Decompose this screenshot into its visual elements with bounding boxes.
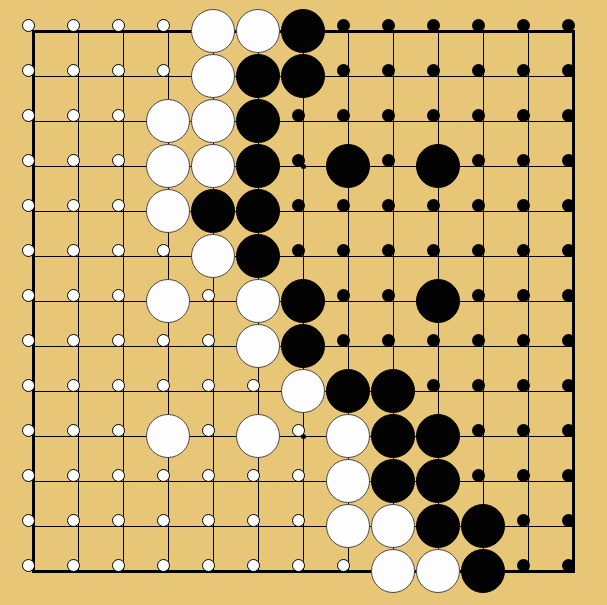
- intersection-A9[interactable]: [11, 189, 56, 234]
- white-stone: [236, 414, 280, 458]
- white-stone: [191, 9, 235, 53]
- black-territory-marker: [562, 154, 575, 167]
- intersection-B13[interactable]: [56, 9, 101, 54]
- black-territory-marker: [337, 199, 350, 212]
- intersection-D4[interactable]: [146, 414, 191, 459]
- white-territory-marker: [22, 109, 35, 122]
- intersection-E13[interactable]: [191, 9, 236, 54]
- intersection-H1[interactable]: [326, 549, 371, 594]
- intersection-grid: [11, 9, 596, 594]
- intersection-E4[interactable]: [191, 414, 236, 459]
- intersection-J4[interactable]: [371, 414, 416, 459]
- white-territory-marker: [22, 244, 35, 257]
- black-territory-marker: [382, 334, 395, 347]
- intersection-J7[interactable]: [371, 279, 416, 324]
- intersection-E8[interactable]: [191, 234, 236, 279]
- white-territory-marker: [247, 469, 260, 482]
- black-territory-marker: [382, 154, 395, 167]
- white-stone: [146, 414, 190, 458]
- white-stone: [191, 234, 235, 278]
- intersection-G12[interactable]: [281, 54, 326, 99]
- intersection-M1[interactable]: [506, 549, 551, 594]
- intersection-C2[interactable]: [101, 504, 146, 549]
- intersection-K2[interactable]: [416, 504, 461, 549]
- intersection-C4[interactable]: [101, 414, 146, 459]
- black-territory-marker: [427, 109, 440, 122]
- intersection-N5[interactable]: [551, 369, 596, 414]
- intersection-K7[interactable]: [416, 279, 461, 324]
- intersection-K11[interactable]: [416, 99, 461, 144]
- intersection-F4[interactable]: [236, 414, 281, 459]
- black-territory-marker: [472, 109, 485, 122]
- intersection-D10[interactable]: [146, 144, 191, 189]
- intersection-H13[interactable]: [326, 9, 371, 54]
- white-territory-marker: [112, 469, 125, 482]
- black-territory-marker: [292, 154, 305, 167]
- white-territory-marker: [22, 514, 35, 527]
- white-territory-marker: [157, 19, 170, 32]
- intersection-N8[interactable]: [551, 234, 596, 279]
- intersection-E9[interactable]: [191, 189, 236, 234]
- intersection-A12[interactable]: [11, 54, 56, 99]
- intersection-N4[interactable]: [551, 414, 596, 459]
- white-territory-marker: [22, 64, 35, 77]
- intersection-M10[interactable]: [506, 144, 551, 189]
- intersection-F8[interactable]: [236, 234, 281, 279]
- intersection-N10[interactable]: [551, 144, 596, 189]
- black-territory-marker: [517, 334, 530, 347]
- black-territory-marker: [562, 559, 575, 572]
- intersection-A7[interactable]: [11, 279, 56, 324]
- intersection-A11[interactable]: [11, 99, 56, 144]
- intersection-J12[interactable]: [371, 54, 416, 99]
- intersection-A8[interactable]: [11, 234, 56, 279]
- black-stone: [281, 9, 325, 53]
- intersection-B11[interactable]: [56, 99, 101, 144]
- black-stone: [236, 234, 280, 278]
- intersection-D6[interactable]: [146, 324, 191, 369]
- white-stone: [236, 9, 280, 53]
- white-territory-marker: [247, 559, 260, 572]
- intersection-C3[interactable]: [101, 459, 146, 504]
- white-stone: [191, 54, 235, 98]
- intersection-B6[interactable]: [56, 324, 101, 369]
- intersection-G9[interactable]: [281, 189, 326, 234]
- intersection-B10[interactable]: [56, 144, 101, 189]
- black-territory-marker: [427, 199, 440, 212]
- white-territory-marker: [22, 19, 35, 32]
- intersection-G11[interactable]: [281, 99, 326, 144]
- intersection-D3[interactable]: [146, 459, 191, 504]
- black-territory-marker: [472, 334, 485, 347]
- white-territory-marker: [202, 379, 215, 392]
- intersection-G7[interactable]: [281, 279, 326, 324]
- white-stone: [146, 99, 190, 143]
- intersection-N1[interactable]: [551, 549, 596, 594]
- black-stone: [281, 324, 325, 368]
- black-territory-marker: [562, 19, 575, 32]
- intersection-L10[interactable]: [461, 144, 506, 189]
- white-territory-marker: [292, 424, 305, 437]
- black-territory-marker: [382, 109, 395, 122]
- intersection-F1[interactable]: [236, 549, 281, 594]
- white-territory-marker: [112, 334, 125, 347]
- intersection-N7[interactable]: [551, 279, 596, 324]
- intersection-M13[interactable]: [506, 9, 551, 54]
- black-territory-marker: [517, 424, 530, 437]
- intersection-F7[interactable]: [236, 279, 281, 324]
- black-territory-marker: [427, 334, 440, 347]
- intersection-C5[interactable]: [101, 369, 146, 414]
- intersection-J5[interactable]: [371, 369, 416, 414]
- white-territory-marker: [22, 424, 35, 437]
- white-stone: [146, 144, 190, 188]
- intersection-G3[interactable]: [281, 459, 326, 504]
- intersection-K5[interactable]: [416, 369, 461, 414]
- intersection-A1[interactable]: [11, 549, 56, 594]
- intersection-A5[interactable]: [11, 369, 56, 414]
- white-territory-marker: [67, 424, 80, 437]
- white-territory-marker: [202, 469, 215, 482]
- black-stone: [416, 414, 460, 458]
- intersection-D1[interactable]: [146, 549, 191, 594]
- intersection-E1[interactable]: [191, 549, 236, 594]
- black-territory-marker: [427, 244, 440, 257]
- white-territory-marker: [247, 514, 260, 527]
- white-stone: [371, 504, 415, 548]
- white-territory-marker: [67, 334, 80, 347]
- intersection-C12[interactable]: [101, 54, 146, 99]
- intersection-E7[interactable]: [191, 279, 236, 324]
- intersection-B7[interactable]: [56, 279, 101, 324]
- white-stone: [191, 99, 235, 143]
- white-stone: [371, 549, 415, 593]
- intersection-M7[interactable]: [506, 279, 551, 324]
- intersection-B4[interactable]: [56, 414, 101, 459]
- intersection-E5[interactable]: [191, 369, 236, 414]
- black-stone: [371, 414, 415, 458]
- black-stone: [461, 549, 505, 593]
- intersection-J6[interactable]: [371, 324, 416, 369]
- black-territory-marker: [562, 244, 575, 257]
- intersection-M6[interactable]: [506, 324, 551, 369]
- intersection-J3[interactable]: [371, 459, 416, 504]
- intersection-N6[interactable]: [551, 324, 596, 369]
- white-territory-marker: [112, 154, 125, 167]
- intersection-N12[interactable]: [551, 54, 596, 99]
- white-territory-marker: [22, 469, 35, 482]
- white-territory-marker: [67, 109, 80, 122]
- white-territory-marker: [112, 19, 125, 32]
- intersection-L13[interactable]: [461, 9, 506, 54]
- white-territory-marker: [112, 244, 125, 257]
- black-territory-marker: [517, 379, 530, 392]
- intersection-F10[interactable]: [236, 144, 281, 189]
- white-territory-marker: [112, 199, 125, 212]
- white-territory-marker: [112, 64, 125, 77]
- intersection-A6[interactable]: [11, 324, 56, 369]
- intersection-F12[interactable]: [236, 54, 281, 99]
- black-stone: [326, 369, 370, 413]
- intersection-D9[interactable]: [146, 189, 191, 234]
- black-territory-marker: [562, 64, 575, 77]
- intersection-B8[interactable]: [56, 234, 101, 279]
- intersection-H9[interactable]: [326, 189, 371, 234]
- intersection-N13[interactable]: [551, 9, 596, 54]
- white-territory-marker: [67, 514, 80, 527]
- white-territory-marker: [202, 289, 215, 302]
- intersection-A10[interactable]: [11, 144, 56, 189]
- white-territory-marker: [202, 334, 215, 347]
- intersection-K6[interactable]: [416, 324, 461, 369]
- intersection-F9[interactable]: [236, 189, 281, 234]
- intersection-G13[interactable]: [281, 9, 326, 54]
- intersection-L5[interactable]: [461, 369, 506, 414]
- intersection-J8[interactable]: [371, 234, 416, 279]
- intersection-N11[interactable]: [551, 99, 596, 144]
- intersection-F3[interactable]: [236, 459, 281, 504]
- white-territory-marker: [67, 469, 80, 482]
- intersection-K4[interactable]: [416, 414, 461, 459]
- intersection-C7[interactable]: [101, 279, 146, 324]
- white-territory-marker: [202, 559, 215, 572]
- white-territory-marker: [112, 289, 125, 302]
- white-territory-marker: [157, 379, 170, 392]
- white-territory-marker: [67, 244, 80, 257]
- black-stone: [371, 369, 415, 413]
- intersection-H4[interactable]: [326, 414, 371, 459]
- white-territory-marker: [157, 559, 170, 572]
- intersection-E12[interactable]: [191, 54, 236, 99]
- white-territory-marker: [22, 559, 35, 572]
- intersection-E3[interactable]: [191, 459, 236, 504]
- black-territory-marker: [562, 289, 575, 302]
- intersection-K3[interactable]: [416, 459, 461, 504]
- intersection-N3[interactable]: [551, 459, 596, 504]
- intersection-L1[interactable]: [461, 549, 506, 594]
- black-stone: [326, 144, 370, 188]
- intersection-F5[interactable]: [236, 369, 281, 414]
- black-territory-marker: [472, 469, 485, 482]
- black-stone: [236, 54, 280, 98]
- intersection-M2[interactable]: [506, 504, 551, 549]
- white-territory-marker: [22, 199, 35, 212]
- intersection-E10[interactable]: [191, 144, 236, 189]
- intersection-G8[interactable]: [281, 234, 326, 279]
- white-territory-marker: [247, 379, 260, 392]
- white-territory-marker: [112, 379, 125, 392]
- intersection-C1[interactable]: [101, 549, 146, 594]
- white-territory-marker: [292, 469, 305, 482]
- intersection-N2[interactable]: [551, 504, 596, 549]
- black-territory-marker: [382, 199, 395, 212]
- intersection-F13[interactable]: [236, 9, 281, 54]
- intersection-M3[interactable]: [506, 459, 551, 504]
- intersection-H2[interactable]: [326, 504, 371, 549]
- black-territory-marker: [337, 289, 350, 302]
- intersection-D13[interactable]: [146, 9, 191, 54]
- intersection-J2[interactable]: [371, 504, 416, 549]
- white-territory-marker: [22, 154, 35, 167]
- intersection-M8[interactable]: [506, 234, 551, 279]
- intersection-L12[interactable]: [461, 54, 506, 99]
- intersection-G10[interactable]: [281, 144, 326, 189]
- white-territory-marker: [67, 379, 80, 392]
- black-territory-marker: [427, 379, 440, 392]
- intersection-D8[interactable]: [146, 234, 191, 279]
- white-territory-marker: [22, 334, 35, 347]
- intersection-K1[interactable]: [416, 549, 461, 594]
- intersection-A2[interactable]: [11, 504, 56, 549]
- intersection-F11[interactable]: [236, 99, 281, 144]
- intersection-H10[interactable]: [326, 144, 371, 189]
- intersection-H12[interactable]: [326, 54, 371, 99]
- black-territory-marker: [517, 289, 530, 302]
- intersection-G5[interactable]: [281, 369, 326, 414]
- intersection-B12[interactable]: [56, 54, 101, 99]
- white-stone: [326, 504, 370, 548]
- intersection-K9[interactable]: [416, 189, 461, 234]
- black-territory-marker: [562, 514, 575, 527]
- black-territory-marker: [472, 289, 485, 302]
- white-territory-marker: [337, 559, 350, 572]
- intersection-H7[interactable]: [326, 279, 371, 324]
- intersection-B1[interactable]: [56, 549, 101, 594]
- intersection-J11[interactable]: [371, 99, 416, 144]
- intersection-L11[interactable]: [461, 99, 506, 144]
- intersection-H8[interactable]: [326, 234, 371, 279]
- intersection-L7[interactable]: [461, 279, 506, 324]
- intersection-K12[interactable]: [416, 54, 461, 99]
- black-stone: [461, 504, 505, 548]
- black-territory-marker: [382, 244, 395, 257]
- intersection-J10[interactable]: [371, 144, 416, 189]
- intersection-K13[interactable]: [416, 9, 461, 54]
- intersection-B2[interactable]: [56, 504, 101, 549]
- black-territory-marker: [517, 469, 530, 482]
- intersection-E6[interactable]: [191, 324, 236, 369]
- intersection-H6[interactable]: [326, 324, 371, 369]
- intersection-C6[interactable]: [101, 324, 146, 369]
- white-stone: [146, 279, 190, 323]
- black-stone: [416, 279, 460, 323]
- intersection-D7[interactable]: [146, 279, 191, 324]
- intersection-F6[interactable]: [236, 324, 281, 369]
- intersection-H3[interactable]: [326, 459, 371, 504]
- black-territory-marker: [517, 154, 530, 167]
- intersection-C9[interactable]: [101, 189, 146, 234]
- intersection-E2[interactable]: [191, 504, 236, 549]
- black-territory-marker: [562, 109, 575, 122]
- white-stone: [281, 369, 325, 413]
- black-territory-marker: [427, 64, 440, 77]
- black-territory-marker: [517, 559, 530, 572]
- intersection-D12[interactable]: [146, 54, 191, 99]
- white-stone: [236, 324, 280, 368]
- intersection-J13[interactable]: [371, 9, 416, 54]
- intersection-E11[interactable]: [191, 99, 236, 144]
- intersection-D11[interactable]: [146, 99, 191, 144]
- white-territory-marker: [67, 199, 80, 212]
- intersection-H5[interactable]: [326, 369, 371, 414]
- black-territory-marker: [472, 244, 485, 257]
- black-territory-marker: [562, 424, 575, 437]
- intersection-G2[interactable]: [281, 504, 326, 549]
- intersection-C8[interactable]: [101, 234, 146, 279]
- intersection-D2[interactable]: [146, 504, 191, 549]
- intersection-G1[interactable]: [281, 549, 326, 594]
- intersection-L2[interactable]: [461, 504, 506, 549]
- intersection-M4[interactable]: [506, 414, 551, 459]
- intersection-B5[interactable]: [56, 369, 101, 414]
- black-territory-marker: [562, 334, 575, 347]
- intersection-D5[interactable]: [146, 369, 191, 414]
- black-stone: [236, 144, 280, 188]
- intersection-B9[interactable]: [56, 189, 101, 234]
- black-stone: [416, 144, 460, 188]
- black-territory-marker: [337, 64, 350, 77]
- intersection-F2[interactable]: [236, 504, 281, 549]
- intersection-A3[interactable]: [11, 459, 56, 504]
- black-territory-marker: [472, 199, 485, 212]
- intersection-J9[interactable]: [371, 189, 416, 234]
- intersection-M12[interactable]: [506, 54, 551, 99]
- intersection-M11[interactable]: [506, 99, 551, 144]
- white-territory-marker: [67, 64, 80, 77]
- intersection-G6[interactable]: [281, 324, 326, 369]
- intersection-A13[interactable]: [11, 9, 56, 54]
- intersection-L9[interactable]: [461, 189, 506, 234]
- black-territory-marker: [382, 64, 395, 77]
- intersection-M5[interactable]: [506, 369, 551, 414]
- white-territory-marker: [67, 559, 80, 572]
- white-territory-marker: [292, 559, 305, 572]
- white-territory-marker: [67, 154, 80, 167]
- black-territory-marker: [382, 19, 395, 32]
- intersection-H11[interactable]: [326, 99, 371, 144]
- intersection-K8[interactable]: [416, 234, 461, 279]
- black-territory-marker: [292, 199, 305, 212]
- black-stone: [236, 189, 280, 233]
- intersection-L3[interactable]: [461, 459, 506, 504]
- white-territory-marker: [22, 289, 35, 302]
- intersection-C13[interactable]: [101, 9, 146, 54]
- intersection-M9[interactable]: [506, 189, 551, 234]
- intersection-L8[interactable]: [461, 234, 506, 279]
- intersection-A4[interactable]: [11, 414, 56, 459]
- intersection-L6[interactable]: [461, 324, 506, 369]
- intersection-K10[interactable]: [416, 144, 461, 189]
- intersection-J1[interactable]: [371, 549, 416, 594]
- black-territory-marker: [517, 64, 530, 77]
- go-board: [0, 0, 607, 605]
- white-territory-marker: [67, 19, 80, 32]
- intersection-C10[interactable]: [101, 144, 146, 189]
- intersection-N9[interactable]: [551, 189, 596, 234]
- white-stone: [146, 189, 190, 233]
- black-territory-marker: [337, 109, 350, 122]
- black-stone: [281, 54, 325, 98]
- intersection-C11[interactable]: [101, 99, 146, 144]
- white-territory-marker: [157, 514, 170, 527]
- white-territory-marker: [202, 514, 215, 527]
- black-territory-marker: [562, 199, 575, 212]
- black-territory-marker: [562, 379, 575, 392]
- black-territory-marker: [472, 379, 485, 392]
- intersection-G4[interactable]: [281, 414, 326, 459]
- intersection-B3[interactable]: [56, 459, 101, 504]
- intersection-L4[interactable]: [461, 414, 506, 459]
